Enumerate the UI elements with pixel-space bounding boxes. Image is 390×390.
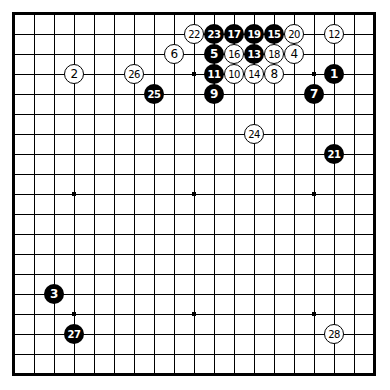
stone-white-6[interactable]: 6 — [164, 44, 184, 64]
stone-white-18[interactable]: 18 — [264, 44, 284, 64]
stone-black-3[interactable]: 3 — [44, 284, 64, 304]
stone-black-11[interactable]: 11 — [204, 64, 224, 84]
stone-white-2[interactable]: 2 — [64, 64, 84, 84]
stone-black-17[interactable]: 17 — [224, 24, 244, 44]
stone-white-12[interactable]: 12 — [324, 24, 344, 44]
stone-white-14[interactable]: 14 — [244, 64, 264, 84]
stone-white-26[interactable]: 26 — [124, 64, 144, 84]
stone-white-8[interactable]: 8 — [264, 64, 284, 84]
go-board-diagram: 1234567891011121314151617181920212223242… — [0, 0, 390, 390]
stone-white-16[interactable]: 16 — [224, 44, 244, 64]
stone-black-19[interactable]: 19 — [244, 24, 264, 44]
stone-white-10[interactable]: 10 — [224, 64, 244, 84]
stone-black-13[interactable]: 13 — [244, 44, 264, 64]
stone-black-9[interactable]: 9 — [204, 84, 224, 104]
stone-black-23[interactable]: 23 — [204, 24, 224, 44]
stone-black-7[interactable]: 7 — [304, 84, 324, 104]
stone-white-20[interactable]: 20 — [284, 24, 304, 44]
stone-black-21[interactable]: 21 — [324, 144, 344, 164]
stone-black-27[interactable]: 27 — [64, 324, 84, 344]
stone-black-25[interactable]: 25 — [144, 84, 164, 104]
stone-black-1[interactable]: 1 — [324, 64, 344, 84]
stones-layer: 1234567891011121314151617181920212223242… — [4, 4, 384, 384]
stone-black-15[interactable]: 15 — [264, 24, 284, 44]
stone-white-22[interactable]: 22 — [184, 24, 204, 44]
stone-white-24[interactable]: 24 — [244, 124, 264, 144]
stone-white-28[interactable]: 28 — [324, 324, 344, 344]
go-board[interactable]: 1234567891011121314151617181920212223242… — [0, 0, 390, 390]
stone-white-4[interactable]: 4 — [284, 44, 304, 64]
stone-black-5[interactable]: 5 — [204, 44, 224, 64]
